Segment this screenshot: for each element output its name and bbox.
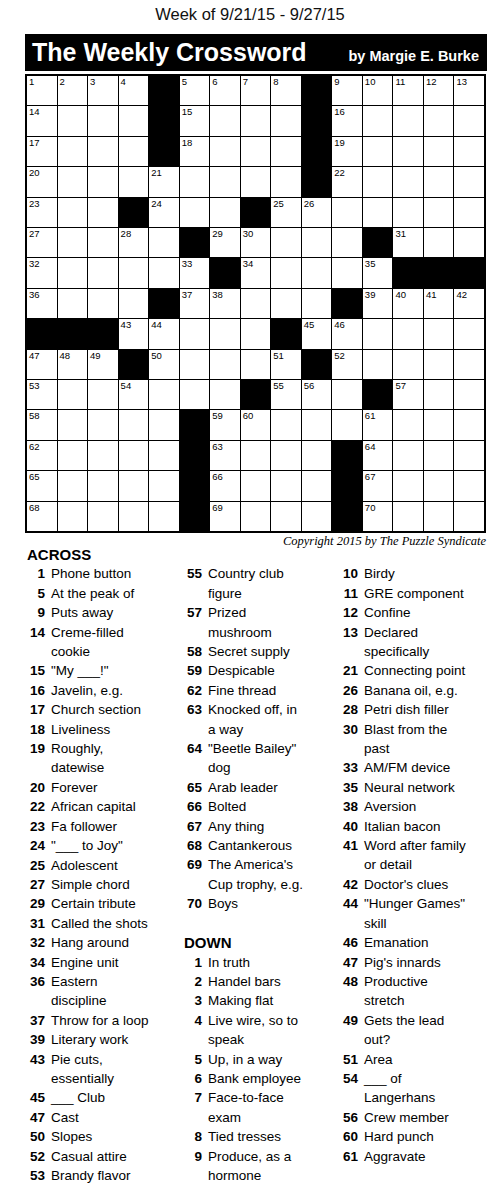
white-square[interactable] [119, 258, 149, 287]
white-square[interactable] [424, 319, 454, 348]
white-square[interactable]: 19 [332, 137, 362, 166]
clue-number: 28 [338, 700, 358, 719]
white-square[interactable] [363, 350, 393, 379]
white-square[interactable]: 23 [27, 198, 57, 227]
down-heading: DOWN [182, 933, 338, 952]
white-square[interactable] [241, 167, 271, 196]
spacer [182, 914, 338, 933]
white-square[interactable] [88, 167, 118, 196]
clue: 2Handel bars [182, 972, 338, 991]
white-square[interactable] [454, 106, 484, 135]
white-square[interactable] [119, 167, 149, 196]
white-square[interactable]: 27 [27, 228, 57, 257]
white-square[interactable]: 49 [88, 350, 118, 379]
black-square [332, 471, 362, 500]
white-square[interactable]: 70 [363, 502, 393, 531]
white-square[interactable]: 59 [210, 410, 240, 439]
white-square[interactable] [454, 137, 484, 166]
white-square[interactable]: 5 [180, 76, 210, 105]
clue-number: 42 [338, 875, 358, 894]
clue-number: 63 [182, 700, 202, 739]
white-square[interactable] [210, 319, 240, 348]
white-square[interactable] [88, 106, 118, 135]
white-square[interactable] [332, 410, 362, 439]
clue-number: 9 [182, 1147, 202, 1186]
white-square[interactable]: 26 [302, 198, 332, 227]
clue-text: Gets the lead out? [364, 1011, 467, 1050]
white-square[interactable] [210, 106, 240, 135]
white-square[interactable] [271, 441, 301, 470]
white-square[interactable]: 61 [363, 410, 393, 439]
white-square[interactable]: 46 [332, 319, 362, 348]
square-number: 42 [456, 290, 467, 300]
white-square[interactable] [271, 106, 301, 135]
white-square[interactable] [210, 198, 240, 227]
square-number: 14 [29, 107, 40, 117]
white-square[interactable] [241, 137, 271, 166]
square-number: 29 [212, 229, 223, 239]
white-square[interactable] [58, 198, 88, 227]
white-square[interactable] [454, 471, 484, 500]
white-square[interactable] [88, 198, 118, 227]
white-square[interactable] [424, 380, 454, 409]
white-square[interactable] [241, 319, 271, 348]
clue-number: 47 [25, 1108, 45, 1127]
clue: 35Neural network [338, 778, 500, 797]
white-square[interactable]: 15 [180, 106, 210, 135]
white-square[interactable] [149, 471, 179, 500]
white-square[interactable] [88, 258, 118, 287]
clue: 37Throw for a loop [25, 1011, 182, 1030]
black-square [241, 380, 271, 409]
clue-number: 60 [338, 1127, 358, 1146]
white-square[interactable] [241, 106, 271, 135]
white-square[interactable] [149, 441, 179, 470]
crossword-grid: 1234567891011121314151617181920212223242… [25, 74, 486, 533]
white-square[interactable] [424, 137, 454, 166]
white-square[interactable]: 32 [27, 258, 57, 287]
white-square[interactable] [393, 502, 423, 531]
clue-number: 19 [25, 739, 45, 778]
white-square[interactable] [454, 350, 484, 379]
white-square[interactable] [302, 471, 332, 500]
white-square[interactable]: 64 [363, 441, 393, 470]
white-square[interactable] [271, 137, 301, 166]
white-square[interactable] [88, 137, 118, 166]
white-square[interactable] [393, 410, 423, 439]
clue-number: 15 [25, 661, 45, 680]
white-square[interactable] [180, 198, 210, 227]
white-square[interactable] [88, 441, 118, 470]
white-square[interactable]: 18 [180, 137, 210, 166]
square-number: 62 [29, 442, 40, 452]
white-square[interactable] [271, 167, 301, 196]
square-number: 24 [151, 199, 162, 209]
clue-text: Productive stretch [364, 972, 467, 1011]
white-square[interactable] [241, 471, 271, 500]
square-number: 60 [243, 411, 254, 421]
white-square[interactable]: 14 [27, 106, 57, 135]
clue-number: 64 [182, 739, 202, 778]
white-square[interactable] [241, 350, 271, 379]
white-square[interactable] [271, 258, 301, 287]
clue: 22African capital [25, 797, 182, 816]
white-square[interactable] [454, 410, 484, 439]
clue-text: Simple chord [51, 875, 155, 894]
white-square[interactable]: 63 [210, 441, 240, 470]
black-square [363, 380, 393, 409]
white-square[interactable] [58, 289, 88, 318]
clue-number: 13 [338, 623, 358, 662]
square-number: 10 [365, 77, 376, 87]
white-square[interactable] [424, 502, 454, 531]
white-square[interactable]: 30 [241, 228, 271, 257]
white-square[interactable] [424, 471, 454, 500]
square-number: 70 [365, 503, 376, 513]
white-square[interactable] [241, 289, 271, 318]
clue-text: Fine thread [208, 681, 308, 700]
clue: 61Aggravate [338, 1147, 500, 1166]
square-number: 33 [182, 259, 193, 269]
white-square[interactable] [302, 228, 332, 257]
clue-number: 36 [25, 972, 45, 1011]
white-square[interactable] [393, 106, 423, 135]
white-square[interactable] [424, 167, 454, 196]
white-square[interactable]: 51 [271, 350, 301, 379]
clue: 49Gets the lead out? [338, 1011, 500, 1050]
white-square[interactable] [332, 228, 362, 257]
white-square[interactable] [88, 471, 118, 500]
square-number: 54 [121, 381, 132, 391]
square-number: 26 [304, 199, 315, 209]
white-square[interactable]: 55 [271, 380, 301, 409]
white-square[interactable]: 47 [27, 350, 57, 379]
white-square[interactable] [88, 289, 118, 318]
clue: 31Called the shots [25, 914, 182, 933]
black-square [332, 289, 362, 318]
white-square[interactable]: 66 [210, 471, 240, 500]
white-square[interactable]: 69 [210, 502, 240, 531]
white-square[interactable]: 9 [332, 76, 362, 105]
white-square[interactable] [180, 350, 210, 379]
clue: 29Certain tribute [25, 894, 182, 913]
white-square[interactable]: 17 [27, 137, 57, 166]
white-square[interactable] [393, 441, 423, 470]
white-square[interactable]: 37 [180, 289, 210, 318]
black-square [149, 76, 179, 105]
white-square[interactable] [58, 502, 88, 531]
white-square[interactable] [58, 471, 88, 500]
clue-text: Country club figure [208, 564, 308, 603]
white-square[interactable] [271, 228, 301, 257]
white-square[interactable] [210, 380, 240, 409]
clue-text: Puts away [51, 603, 155, 622]
square-number: 40 [395, 290, 406, 300]
white-square[interactable]: 57 [393, 380, 423, 409]
clue: 11GRE component [338, 584, 500, 603]
clue: 20Forever [25, 778, 182, 797]
white-square[interactable] [393, 137, 423, 166]
white-square[interactable] [271, 410, 301, 439]
clue-text: Eastern discipline [51, 972, 155, 1011]
white-square[interactable] [88, 228, 118, 257]
white-square[interactable]: 21 [149, 167, 179, 196]
white-square[interactable] [302, 258, 332, 287]
white-square[interactable] [58, 380, 88, 409]
white-square[interactable] [424, 198, 454, 227]
clue-text: African capital [51, 797, 155, 816]
white-square[interactable]: 42 [454, 289, 484, 318]
clue: 5Up, in a way [182, 1050, 338, 1069]
white-square[interactable] [454, 380, 484, 409]
white-square[interactable]: 4 [119, 76, 149, 105]
white-square[interactable]: 11 [393, 76, 423, 105]
clue: 39Literary work [25, 1030, 182, 1049]
square-number: 69 [212, 503, 223, 513]
white-square[interactable] [180, 319, 210, 348]
white-square[interactable] [180, 167, 210, 196]
clue-text: Adolescent [51, 856, 155, 875]
clue: 48Productive stretch [338, 972, 500, 1011]
clue: 9Produce, as a hormone [182, 1147, 338, 1186]
white-square[interactable] [271, 289, 301, 318]
white-square[interactable] [393, 198, 423, 227]
white-square[interactable]: 1 [27, 76, 57, 105]
clue: 64"Beetle Bailey" dog [182, 739, 338, 778]
white-square[interactable]: 13 [454, 76, 484, 105]
white-square[interactable] [119, 471, 149, 500]
white-square[interactable] [210, 350, 240, 379]
white-square[interactable]: 3 [88, 76, 118, 105]
white-square[interactable] [210, 137, 240, 166]
clue: 67Any thing [182, 817, 338, 836]
clue-text: Tied tresses [208, 1127, 308, 1146]
white-square[interactable]: 20 [27, 167, 57, 196]
clue-text: Produce, as a hormone [208, 1147, 308, 1186]
clue: 65Arab leader [182, 778, 338, 797]
white-square[interactable]: 8 [271, 76, 301, 105]
white-square[interactable]: 45 [302, 319, 332, 348]
square-number: 18 [182, 138, 193, 148]
square-number: 59 [212, 411, 223, 421]
white-square[interactable]: 41 [424, 289, 454, 318]
clue-text: Casual attire [51, 1147, 155, 1166]
puzzle-masthead: The Weekly Crossword by Margie E. Burke [25, 34, 487, 71]
white-square[interactable] [58, 441, 88, 470]
square-number: 27 [29, 229, 40, 239]
square-number: 56 [304, 381, 315, 391]
clue-text: Forever [51, 778, 155, 797]
white-square[interactable] [88, 410, 118, 439]
white-square[interactable]: 50 [149, 350, 179, 379]
clue-number: 24 [25, 836, 45, 855]
white-square[interactable] [363, 137, 393, 166]
white-square[interactable] [119, 410, 149, 439]
white-square[interactable] [424, 228, 454, 257]
clue-text: "___ to Joy" [51, 836, 155, 855]
white-square[interactable]: 16 [332, 106, 362, 135]
white-square[interactable]: 54 [119, 380, 149, 409]
white-square[interactable]: 52 [332, 350, 362, 379]
white-square[interactable]: 2 [58, 76, 88, 105]
clue: 57Prized mushroom [182, 603, 338, 642]
white-square[interactable]: 38 [210, 289, 240, 318]
white-square[interactable] [363, 198, 393, 227]
white-square[interactable] [424, 106, 454, 135]
white-square[interactable]: 60 [241, 410, 271, 439]
white-square[interactable] [119, 106, 149, 135]
white-square[interactable] [393, 471, 423, 500]
clue-number: 2 [182, 972, 202, 991]
white-square[interactable] [454, 198, 484, 227]
white-square[interactable] [241, 502, 271, 531]
white-square[interactable] [149, 502, 179, 531]
white-square[interactable]: 29 [210, 228, 240, 257]
white-square[interactable] [210, 167, 240, 196]
white-square[interactable] [454, 441, 484, 470]
white-square[interactable] [149, 380, 179, 409]
clue-number: 59 [182, 661, 202, 680]
clue-number: 31 [25, 914, 45, 933]
clue-text: Live wire, so to speak [208, 1011, 308, 1050]
white-square[interactable] [149, 228, 179, 257]
white-square[interactable] [180, 380, 210, 409]
white-square[interactable]: 10 [363, 76, 393, 105]
white-square[interactable]: 35 [363, 258, 393, 287]
clue: 45___ Club [25, 1088, 182, 1107]
white-square[interactable] [58, 258, 88, 287]
clue-text: Called the shots [51, 914, 155, 933]
square-number: 63 [212, 442, 223, 452]
white-square[interactable] [271, 471, 301, 500]
clue-number: 56 [338, 1108, 358, 1127]
white-square[interactable] [271, 502, 301, 531]
white-square[interactable] [454, 502, 484, 531]
white-square[interactable] [424, 350, 454, 379]
white-square[interactable]: 68 [27, 502, 57, 531]
white-square[interactable] [302, 289, 332, 318]
white-square[interactable]: 43 [119, 319, 149, 348]
white-square[interactable] [363, 106, 393, 135]
clue-text: Bank employee [208, 1069, 308, 1088]
white-square[interactable]: 34 [241, 258, 271, 287]
white-square[interactable]: 28 [119, 228, 149, 257]
clue: 69The America's Cup trophy, e.g. [182, 855, 338, 894]
white-square[interactable] [393, 319, 423, 348]
white-square[interactable] [363, 167, 393, 196]
clue: 58Secret supply [182, 642, 338, 661]
square-number: 15 [182, 107, 193, 117]
clue: 7Face-to-face exam [182, 1088, 338, 1127]
white-square[interactable] [424, 410, 454, 439]
clue-text: Handel bars [208, 972, 308, 991]
black-square [88, 319, 118, 348]
clue-number: 5 [25, 584, 45, 603]
white-square[interactable]: 44 [149, 319, 179, 348]
white-square[interactable] [58, 167, 88, 196]
white-square[interactable] [302, 502, 332, 531]
white-square[interactable]: 12 [424, 76, 454, 105]
white-square[interactable]: 36 [27, 289, 57, 318]
white-square[interactable] [241, 441, 271, 470]
clue-number: 9 [25, 603, 45, 622]
white-square[interactable]: 39 [363, 289, 393, 318]
clue: 17Church section [25, 700, 182, 719]
square-number: 30 [243, 229, 254, 239]
white-square[interactable] [88, 380, 118, 409]
white-square[interactable] [119, 289, 149, 318]
white-square[interactable] [393, 350, 423, 379]
white-square[interactable]: 65 [27, 471, 57, 500]
white-square[interactable] [424, 441, 454, 470]
white-square[interactable] [149, 258, 179, 287]
clue-number: 68 [182, 836, 202, 855]
clue: 47Pig's innards [338, 953, 500, 972]
clue: 47Cast [25, 1108, 182, 1127]
clue-text: Bolted [208, 797, 308, 816]
white-square[interactable] [58, 228, 88, 257]
white-square[interactable] [119, 137, 149, 166]
white-square[interactable] [332, 198, 362, 227]
white-square[interactable] [119, 502, 149, 531]
white-square[interactable]: 62 [27, 441, 57, 470]
white-square[interactable] [88, 502, 118, 531]
white-square[interactable] [302, 441, 332, 470]
white-square[interactable]: 33 [180, 258, 210, 287]
white-square[interactable]: 67 [363, 471, 393, 500]
white-square[interactable] [454, 167, 484, 196]
white-square[interactable] [332, 380, 362, 409]
white-square[interactable]: 48 [58, 350, 88, 379]
white-square[interactable]: 7 [241, 76, 271, 105]
square-number: 11 [395, 77, 405, 87]
black-square [119, 198, 149, 227]
white-square[interactable] [393, 167, 423, 196]
clue-text: Knocked off, in a way [208, 700, 308, 739]
white-square[interactable]: 22 [332, 167, 362, 196]
white-square[interactable]: 40 [393, 289, 423, 318]
clue-text: The America's Cup trophy, e.g. [208, 855, 308, 894]
white-square[interactable] [58, 137, 88, 166]
white-square[interactable] [454, 228, 484, 257]
white-square[interactable] [119, 441, 149, 470]
clue-text: Banana oil, e.g. [364, 681, 467, 700]
white-square[interactable]: 31 [393, 228, 423, 257]
white-square[interactable] [58, 106, 88, 135]
white-square[interactable] [363, 319, 393, 348]
clue-number: 37 [25, 1011, 45, 1030]
clue-text: Emanation [364, 933, 467, 952]
white-square[interactable]: 56 [302, 380, 332, 409]
week-header: Week of 9/21/15 - 9/27/15 [0, 5, 500, 24]
white-square[interactable]: 24 [149, 198, 179, 227]
square-number: 8 [273, 77, 278, 87]
white-square[interactable] [454, 319, 484, 348]
white-square[interactable]: 25 [271, 198, 301, 227]
white-square[interactable] [58, 410, 88, 439]
white-square[interactable]: 6 [210, 76, 240, 105]
white-square[interactable] [149, 410, 179, 439]
white-square[interactable] [332, 258, 362, 287]
square-number: 51 [273, 351, 284, 361]
clue-number: 12 [338, 603, 358, 622]
white-square[interactable] [302, 410, 332, 439]
clue-text: Brandy flavor [51, 1166, 155, 1185]
white-square[interactable]: 58 [27, 410, 57, 439]
clue-text: Up, in a way [208, 1050, 308, 1069]
clue-number: 57 [182, 603, 202, 642]
white-square[interactable]: 53 [27, 380, 57, 409]
